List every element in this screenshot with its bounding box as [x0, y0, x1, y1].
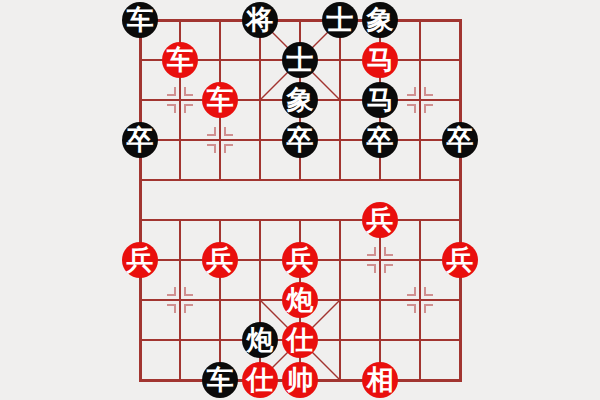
piece-glyph: 车 — [207, 362, 234, 398]
piece-glyph: 车 — [207, 82, 234, 118]
piece-glyph: 象 — [287, 82, 314, 118]
piece-glyph: 将 — [247, 2, 274, 38]
piece-black-chariot[interactable]: 车 — [122, 2, 158, 38]
piece-red-chariot[interactable]: 车 — [202, 82, 238, 118]
piece-glyph: 相 — [367, 362, 394, 398]
xiangqi-board: 车将士象车士马车象马卒卒卒卒兵兵兵兵兵炮炮仕车仕帅相 — [0, 0, 600, 400]
piece-black-soldier[interactable]: 卒 — [442, 122, 478, 158]
piece-glyph: 炮 — [287, 282, 314, 318]
piece-glyph: 车 — [167, 42, 194, 78]
board-grid: 车将士象车士马车象马卒卒卒卒兵兵兵兵兵炮炮仕车仕帅相 — [120, 0, 480, 400]
piece-black-soldier[interactable]: 卒 — [122, 122, 158, 158]
piece-black-cannon[interactable]: 炮 — [242, 322, 278, 358]
piece-glyph: 帅 — [287, 362, 314, 398]
piece-glyph: 卒 — [127, 122, 154, 158]
piece-glyph: 仕 — [247, 362, 274, 398]
piece-glyph: 象 — [367, 2, 394, 38]
piece-black-soldier[interactable]: 卒 — [282, 122, 318, 158]
piece-glyph: 卒 — [287, 122, 314, 158]
piece-red-advisor[interactable]: 仕 — [242, 362, 278, 398]
piece-glyph: 兵 — [127, 242, 154, 278]
piece-glyph: 炮 — [247, 322, 274, 358]
piece-glyph: 卒 — [367, 122, 394, 158]
piece-glyph: 士 — [327, 2, 354, 38]
piece-black-horse[interactable]: 马 — [362, 82, 398, 118]
piece-red-elephant[interactable]: 相 — [362, 362, 398, 398]
piece-glyph: 卒 — [447, 122, 474, 158]
piece-black-advisor[interactable]: 士 — [322, 2, 358, 38]
piece-glyph: 兵 — [447, 242, 474, 278]
piece-black-advisor[interactable]: 士 — [282, 42, 318, 78]
piece-red-chariot[interactable]: 车 — [162, 42, 198, 78]
piece-glyph: 仕 — [287, 322, 314, 358]
piece-glyph: 士 — [287, 42, 314, 78]
piece-glyph: 车 — [127, 2, 154, 38]
piece-black-elephant[interactable]: 象 — [282, 82, 318, 118]
piece-glyph: 马 — [367, 82, 394, 118]
piece-black-soldier[interactable]: 卒 — [362, 122, 398, 158]
piece-glyph: 马 — [367, 42, 394, 78]
piece-glyph: 兵 — [207, 242, 234, 278]
piece-red-cannon[interactable]: 炮 — [282, 282, 318, 318]
piece-red-advisor[interactable]: 仕 — [282, 322, 318, 358]
piece-red-soldier[interactable]: 兵 — [202, 242, 238, 278]
piece-red-soldier[interactable]: 兵 — [442, 242, 478, 278]
piece-red-general[interactable]: 帅 — [282, 362, 318, 398]
piece-black-general[interactable]: 将 — [242, 2, 278, 38]
piece-red-soldier[interactable]: 兵 — [122, 242, 158, 278]
piece-red-soldier[interactable]: 兵 — [362, 202, 398, 238]
piece-red-horse[interactable]: 马 — [362, 42, 398, 78]
piece-black-chariot[interactable]: 车 — [202, 362, 238, 398]
piece-red-soldier[interactable]: 兵 — [282, 242, 318, 278]
piece-glyph: 兵 — [287, 242, 314, 278]
piece-glyph: 兵 — [367, 202, 394, 238]
piece-black-elephant[interactable]: 象 — [362, 2, 398, 38]
